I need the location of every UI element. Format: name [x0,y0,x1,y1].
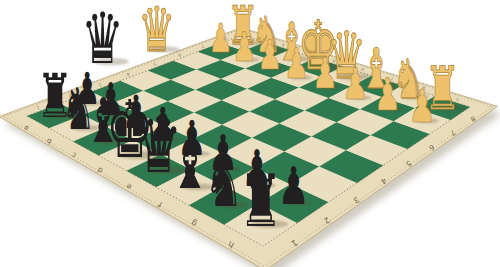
chess-set-photo: a11ab22bc33cd44de55ef66fg77gh88h♜♛♞♟♝♟♛♚… [0,0,500,267]
product-photo: Product photo of a plastic chess set: bl… [0,0,500,267]
spare-camel-queen: ♛ [138,0,176,65]
camel-pawn-h7: ♟ [408,80,436,133]
camel-pawn-d7: ♟ [284,40,310,88]
camel-pawn-c7: ♟ [257,31,282,79]
camel-pawn-f7: ♟ [342,58,369,110]
camel-pawn-b7: ♟ [232,23,257,70]
camel-pawn-e7: ♟ [312,48,338,98]
camel-pawn-g7: ♟ [374,69,401,121]
black-rook-h1: ♜ [239,158,283,243]
camel-pawn-a7: ♟ [208,15,232,62]
